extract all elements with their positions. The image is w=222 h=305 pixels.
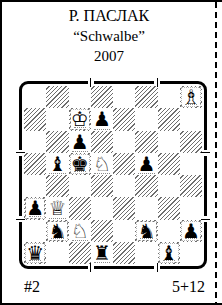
square-h2: ♟ bbox=[180, 220, 202, 242]
border-tick-mark bbox=[90, 263, 91, 272]
square-g8 bbox=[158, 86, 180, 108]
square-a5 bbox=[24, 153, 46, 175]
square-d6 bbox=[91, 131, 113, 153]
black-pawn-f5: ♟ bbox=[135, 153, 157, 175]
border-tick-mark bbox=[90, 78, 91, 87]
square-b6 bbox=[46, 131, 68, 153]
white-knight-c2: ♘ bbox=[69, 220, 91, 242]
white-queen-b3: ♕ bbox=[46, 197, 68, 219]
border-tick-gap bbox=[88, 266, 94, 269]
square-b3: ♕ bbox=[46, 197, 68, 219]
square-h5 bbox=[180, 153, 202, 175]
square-a8 bbox=[24, 86, 46, 108]
square-b1 bbox=[46, 242, 68, 264]
square-a3: ♟ bbox=[24, 197, 46, 219]
square-e1 bbox=[113, 242, 135, 264]
square-g4 bbox=[158, 175, 180, 197]
square-f4 bbox=[135, 175, 157, 197]
square-e6 bbox=[113, 131, 135, 153]
border-tick-gap bbox=[204, 150, 207, 156]
white-knight-d5: ♘ bbox=[91, 153, 113, 175]
publication-year: 2007 bbox=[2, 46, 216, 66]
square-f7 bbox=[135, 108, 157, 130]
square-h4 bbox=[180, 175, 202, 197]
square-c1 bbox=[69, 242, 91, 264]
black-knight-f2: ♞ bbox=[137, 222, 155, 240]
square-e7 bbox=[113, 108, 135, 130]
square-a6 bbox=[24, 131, 46, 153]
black-pawn-c6: ♟ bbox=[69, 131, 91, 153]
black-pawn-h2: ♟ bbox=[182, 222, 200, 240]
square-c2: ♘ bbox=[69, 220, 91, 242]
square-g6 bbox=[158, 131, 180, 153]
border-tick-mark bbox=[201, 219, 210, 220]
square-d7: ♟ bbox=[91, 108, 113, 130]
dashed-cut-line bbox=[215, 2, 217, 305]
square-e2 bbox=[113, 220, 135, 242]
square-d8 bbox=[91, 86, 113, 108]
square-e4 bbox=[113, 175, 135, 197]
black-bishop-g1: ♝ bbox=[160, 244, 178, 262]
square-b8 bbox=[46, 86, 68, 108]
stipulation-label: #2 bbox=[24, 278, 40, 296]
square-e8 bbox=[113, 86, 135, 108]
black-bishop-b5: ♝ bbox=[46, 153, 68, 175]
square-f5: ♟ bbox=[135, 153, 157, 175]
square-b4 bbox=[46, 175, 68, 197]
chess-board: ♗♔♟♟♝♚♘♟♟♕♞♘♞♟♛♜♝ bbox=[19, 81, 207, 269]
square-h3 bbox=[180, 197, 202, 219]
author-name: Р. ПАСЛАК bbox=[2, 6, 216, 26]
black-pawn-a3: ♟ bbox=[26, 199, 44, 217]
material-count-label: 5+12 bbox=[172, 278, 205, 296]
square-h7 bbox=[180, 108, 202, 130]
square-d5: ♘ bbox=[91, 153, 113, 175]
border-tick-gap bbox=[19, 150, 22, 156]
black-knight-b2: ♞ bbox=[48, 222, 66, 240]
black-king-c5: ♚ bbox=[71, 155, 89, 173]
border-tick-mark bbox=[157, 78, 158, 87]
square-d3 bbox=[91, 197, 113, 219]
square-g5 bbox=[158, 153, 180, 175]
square-c8 bbox=[69, 86, 91, 108]
square-c3 bbox=[69, 197, 91, 219]
square-f8 bbox=[135, 86, 157, 108]
square-b2: ♞ bbox=[46, 220, 68, 242]
square-d4 bbox=[91, 175, 113, 197]
square-a1: ♛ bbox=[24, 242, 46, 264]
black-rook-d1: ♜ bbox=[91, 242, 113, 264]
square-b5: ♝ bbox=[46, 153, 68, 175]
black-pawn-d7: ♟ bbox=[91, 108, 113, 130]
board-grid: ♗♔♟♟♝♚♘♟♟♕♞♘♞♟♛♜♝ bbox=[24, 86, 202, 264]
scanned-diagram-page: Р. ПАСЛАК “Schwalbe” 2007 ♗♔♟♟♝♚♘♟♟♕♞♘♞♟… bbox=[0, 0, 222, 305]
square-g3 bbox=[158, 197, 180, 219]
white-king-c7: ♔ bbox=[71, 110, 89, 128]
border-tick-mark bbox=[201, 152, 210, 153]
square-g2 bbox=[158, 220, 180, 242]
border-tick-mark bbox=[16, 152, 25, 153]
square-f2: ♞ bbox=[135, 220, 157, 242]
square-h6 bbox=[180, 131, 202, 153]
square-b7 bbox=[46, 108, 68, 130]
problem-header: Р. ПАСЛАК “Schwalbe” 2007 bbox=[2, 6, 216, 66]
source-name: “Schwalbe” bbox=[2, 26, 216, 46]
square-h1 bbox=[180, 242, 202, 264]
square-f1 bbox=[135, 242, 157, 264]
square-c4 bbox=[69, 175, 91, 197]
square-h8: ♗ bbox=[180, 86, 202, 108]
square-d1: ♜ bbox=[91, 242, 113, 264]
square-a2 bbox=[24, 220, 46, 242]
square-g1: ♝ bbox=[158, 242, 180, 264]
black-queen-a1: ♛ bbox=[26, 244, 44, 262]
square-f6 bbox=[135, 131, 157, 153]
square-c7: ♔ bbox=[69, 108, 91, 130]
border-tick-mark bbox=[16, 219, 25, 220]
square-c5: ♚ bbox=[69, 153, 91, 175]
square-d2 bbox=[91, 220, 113, 242]
square-g7 bbox=[158, 108, 180, 130]
square-a4 bbox=[24, 175, 46, 197]
square-a7 bbox=[24, 108, 46, 130]
square-f3 bbox=[135, 197, 157, 219]
border-tick-mark bbox=[157, 263, 158, 272]
square-c6: ♟ bbox=[69, 131, 91, 153]
white-bishop-h8: ♗ bbox=[182, 88, 200, 106]
border-tick-gap bbox=[88, 81, 94, 84]
square-e5 bbox=[113, 153, 135, 175]
square-e3 bbox=[113, 197, 135, 219]
